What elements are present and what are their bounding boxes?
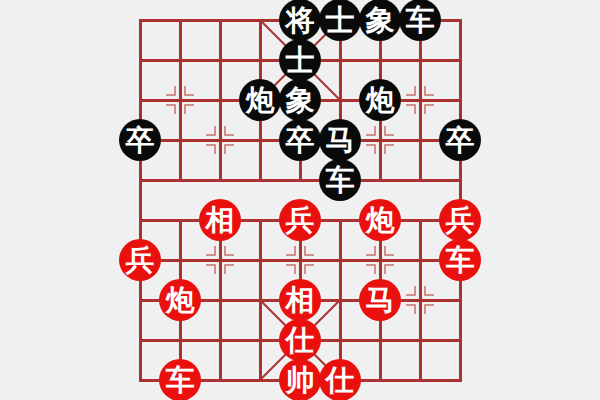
piece-black-soldier[interactable]: 卒	[279, 119, 321, 161]
piece-red-cannon[interactable]: 炮	[359, 199, 401, 241]
piece-black-chariot[interactable]: 车	[399, 0, 441, 41]
piece-red-elephant[interactable]: 相	[199, 199, 241, 241]
piece-red-advisor[interactable]: 仕	[319, 359, 361, 400]
xiangqi-board-screen: 将士象车士炮象炮卒卒马卒车相兵炮兵兵车炮相马仕车帅仕	[0, 0, 600, 400]
piece-black-elephant[interactable]: 象	[279, 79, 321, 121]
piece-red-chariot[interactable]: 车	[439, 239, 481, 281]
piece-red-elephant[interactable]: 相	[279, 279, 321, 321]
piece-black-horse[interactable]: 马	[319, 119, 361, 161]
piece-black-soldier[interactable]: 卒	[439, 119, 481, 161]
piece-red-general[interactable]: 帅	[279, 359, 321, 400]
piece-red-cannon[interactable]: 炮	[159, 279, 201, 321]
piece-red-chariot[interactable]: 车	[159, 359, 201, 400]
piece-red-advisor[interactable]: 仕	[279, 319, 321, 361]
piece-red-soldier[interactable]: 兵	[119, 239, 161, 281]
piece-red-horse[interactable]: 马	[359, 279, 401, 321]
piece-black-cannon[interactable]: 炮	[359, 79, 401, 121]
piece-black-cannon[interactable]: 炮	[239, 79, 281, 121]
piece-black-general[interactable]: 将	[279, 0, 321, 41]
pieces-grid: 将士象车士炮象炮卒卒马卒车相兵炮兵兵车炮相马仕车帅仕	[120, 0, 480, 400]
piece-red-soldier[interactable]: 兵	[439, 199, 481, 241]
piece-black-advisor[interactable]: 士	[319, 0, 361, 41]
piece-black-soldier[interactable]: 卒	[119, 119, 161, 161]
piece-black-elephant[interactable]: 象	[359, 0, 401, 41]
piece-black-chariot[interactable]: 车	[319, 159, 361, 201]
piece-black-advisor[interactable]: 士	[279, 39, 321, 81]
piece-red-soldier[interactable]: 兵	[279, 199, 321, 241]
